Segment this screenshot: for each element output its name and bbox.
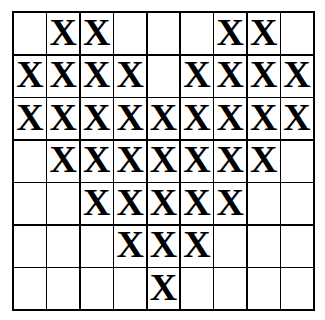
- grid-cell-r1c3[interactable]: X: [81, 13, 113, 54]
- grid-cell-r5c7[interactable]: X: [214, 183, 246, 224]
- grid-cell-r7c1[interactable]: [14, 268, 46, 309]
- x-mark: X: [50, 56, 77, 94]
- grid-cell-r4c4[interactable]: X: [114, 141, 146, 182]
- x-mark: X: [150, 183, 177, 221]
- grid-cell-r1c4[interactable]: [114, 13, 146, 54]
- x-mark: X: [283, 56, 310, 94]
- grid-cell-r1c8[interactable]: X: [248, 13, 280, 54]
- grid-cell-r5c6[interactable]: X: [181, 183, 213, 224]
- grid-cell-r6c3[interactable]: [81, 226, 113, 267]
- grid-cell-r5c3[interactable]: X: [81, 183, 113, 224]
- grid-cell-r4c6[interactable]: X: [181, 141, 213, 182]
- x-mark: X: [217, 141, 244, 179]
- x-mark: X: [183, 183, 210, 221]
- grid-cell-r1c6[interactable]: [181, 13, 213, 54]
- grid-cell-r6c4[interactable]: X: [114, 226, 146, 267]
- x-mark: X: [150, 141, 177, 179]
- grid-cell-r7c8[interactable]: [248, 268, 280, 309]
- x-mark: X: [83, 13, 110, 51]
- x-mark: X: [183, 226, 210, 264]
- grid-cell-r3c3[interactable]: X: [81, 98, 113, 139]
- x-mark: X: [217, 56, 244, 94]
- grid-cell-r6c1[interactable]: [14, 226, 46, 267]
- grid-cell-r4c5[interactable]: X: [148, 141, 180, 182]
- grid-cell-r1c1[interactable]: [14, 13, 46, 54]
- grid-cell-r2c2[interactable]: X: [47, 56, 79, 97]
- grid-cell-r1c2[interactable]: X: [47, 13, 79, 54]
- x-mark: X: [150, 98, 177, 136]
- grid-cell-r3c1[interactable]: X: [14, 98, 46, 139]
- x-mark: X: [50, 98, 77, 136]
- grid-cell-r5c9[interactable]: [281, 183, 313, 224]
- grid-cell-r3c6[interactable]: X: [181, 98, 213, 139]
- x-mark: X: [217, 13, 244, 51]
- grid-cell-r1c5[interactable]: [148, 13, 180, 54]
- x-mark: X: [217, 183, 244, 221]
- x-mark: X: [116, 226, 143, 264]
- grid-cell-r6c7[interactable]: [214, 226, 246, 267]
- grid-cell-r2c9[interactable]: X: [281, 56, 313, 97]
- x-mark: X: [250, 13, 277, 51]
- x-mark: X: [50, 141, 77, 179]
- x-mark: X: [116, 183, 143, 221]
- x-mark: X: [150, 226, 177, 264]
- x-mark: X: [116, 141, 143, 179]
- grid-board: XXXXXXXXXXXXXXXXXXXXXXXXXXXXXXXXXXXXX: [12, 11, 315, 311]
- grid-cell-r4c9[interactable]: [281, 141, 313, 182]
- x-mark: X: [83, 141, 110, 179]
- x-mark: X: [183, 56, 210, 94]
- grid-cell-r2c8[interactable]: X: [248, 56, 280, 97]
- grid-cell-r2c6[interactable]: X: [181, 56, 213, 97]
- grid-cell-r5c2[interactable]: [47, 183, 79, 224]
- grid-cell-r4c3[interactable]: X: [81, 141, 113, 182]
- grid-cell-r2c1[interactable]: X: [14, 56, 46, 97]
- grid-cell-r2c4[interactable]: X: [114, 56, 146, 97]
- grid-cell-r7c5[interactable]: X: [148, 268, 180, 309]
- grid-cell-r2c5[interactable]: [148, 56, 180, 97]
- x-mark: X: [250, 98, 277, 136]
- grid-cell-r7c9[interactable]: [281, 268, 313, 309]
- grid-cell-r7c2[interactable]: [47, 268, 79, 309]
- grid-cell-r5c1[interactable]: [14, 183, 46, 224]
- grid-cell-r1c9[interactable]: [281, 13, 313, 54]
- x-mark: X: [116, 56, 143, 94]
- grid-cell-r4c2[interactable]: X: [47, 141, 79, 182]
- grid-cell-r3c8[interactable]: X: [248, 98, 280, 139]
- grid-cell-r7c6[interactable]: [181, 268, 213, 309]
- grid-cell-r3c9[interactable]: X: [281, 98, 313, 139]
- grid-cell-r2c3[interactable]: X: [81, 56, 113, 97]
- grid-cell-r6c2[interactable]: [47, 226, 79, 267]
- x-mark: X: [150, 268, 177, 306]
- x-mark: X: [50, 13, 77, 51]
- grid-cell-r2c7[interactable]: X: [214, 56, 246, 97]
- x-mark: X: [217, 98, 244, 136]
- x-mark: X: [250, 56, 277, 94]
- x-mark: X: [83, 56, 110, 94]
- x-mark: X: [183, 141, 210, 179]
- grid-cell-r5c4[interactable]: X: [114, 183, 146, 224]
- grid-cell-r6c9[interactable]: [281, 226, 313, 267]
- grid-cell-r6c5[interactable]: X: [148, 226, 180, 267]
- grid-cell-r3c5[interactable]: X: [148, 98, 180, 139]
- x-mark: X: [16, 98, 43, 136]
- x-mark: X: [83, 98, 110, 136]
- grid-cell-r1c7[interactable]: X: [214, 13, 246, 54]
- x-mark: X: [183, 98, 210, 136]
- grid-cell-r6c6[interactable]: X: [181, 226, 213, 267]
- x-mark: X: [16, 56, 43, 94]
- grid-cell-r7c4[interactable]: [114, 268, 146, 309]
- grid-cell-r5c8[interactable]: [248, 183, 280, 224]
- x-mark: X: [116, 98, 143, 136]
- grid-cell-r4c1[interactable]: [14, 141, 46, 182]
- grid-cell-r7c7[interactable]: [214, 268, 246, 309]
- x-mark: X: [83, 183, 110, 221]
- grid-cell-r5c5[interactable]: X: [148, 183, 180, 224]
- grid-cell-r4c8[interactable]: X: [248, 141, 280, 182]
- grid-cell-r4c7[interactable]: X: [214, 141, 246, 182]
- grid-cell-r6c8[interactable]: [248, 226, 280, 267]
- x-mark: X: [283, 98, 310, 136]
- x-mark: X: [250, 141, 277, 179]
- grid-cell-r3c4[interactable]: X: [114, 98, 146, 139]
- grid-cell-r7c3[interactable]: [81, 268, 113, 309]
- grid-cell-r3c7[interactable]: X: [214, 98, 246, 139]
- grid-cell-r3c2[interactable]: X: [47, 98, 79, 139]
